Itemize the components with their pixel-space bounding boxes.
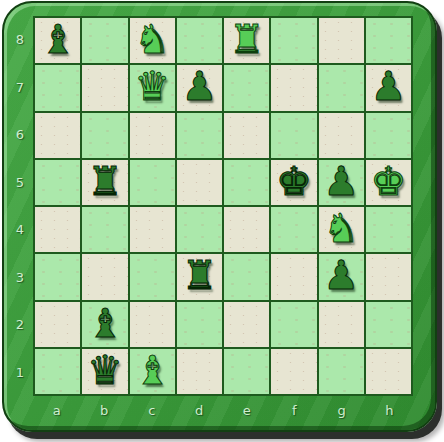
square-a3[interactable]	[35, 254, 80, 299]
file-label-h: h	[366, 398, 414, 422]
square-b8[interactable]	[82, 18, 127, 63]
rank-label-3: 3	[10, 254, 30, 302]
square-g1[interactable]	[319, 349, 364, 394]
square-e3[interactable]	[224, 254, 269, 299]
square-h3[interactable]	[366, 254, 411, 299]
white-knight-g4[interactable]: ♞	[323, 206, 359, 251]
rank-labels: 87654321	[10, 16, 30, 396]
square-f7[interactable]	[271, 65, 316, 110]
black-queen-b1[interactable]: ♛	[87, 348, 123, 393]
square-g3[interactable]: ♟	[319, 254, 364, 299]
square-h6[interactable]	[366, 113, 411, 158]
rank-label-1: 1	[10, 349, 30, 397]
square-d7[interactable]: ♟	[177, 65, 222, 110]
square-c7[interactable]: ♛	[130, 65, 175, 110]
file-label-a: a	[33, 398, 81, 422]
rank-label-8: 8	[10, 16, 30, 64]
black-rook-d3[interactable]: ♜	[181, 253, 217, 298]
square-d4[interactable]	[177, 207, 222, 252]
rank-label-4: 4	[10, 206, 30, 254]
square-f4[interactable]	[271, 207, 316, 252]
square-g6[interactable]	[319, 113, 364, 158]
square-h1[interactable]	[366, 349, 411, 394]
square-e1[interactable]	[224, 349, 269, 394]
file-label-c: c	[128, 398, 176, 422]
square-g2[interactable]	[319, 302, 364, 347]
square-c2[interactable]	[130, 302, 175, 347]
square-f8[interactable]	[271, 18, 316, 63]
square-e7[interactable]	[224, 65, 269, 110]
square-c6[interactable]	[130, 113, 175, 158]
square-g5[interactable]: ♟	[319, 160, 364, 205]
square-a5[interactable]	[35, 160, 80, 205]
square-d8[interactable]	[177, 18, 222, 63]
white-king-h5[interactable]: ♚	[370, 159, 406, 204]
black-pawn-g3[interactable]: ♟	[323, 253, 359, 298]
square-f3[interactable]	[271, 254, 316, 299]
black-pawn-g5[interactable]: ♟	[323, 159, 359, 204]
square-f6[interactable]	[271, 113, 316, 158]
rank-label-6: 6	[10, 111, 30, 159]
square-h7[interactable]: ♟	[366, 65, 411, 110]
white-knight-c8[interactable]: ♞	[134, 17, 170, 62]
file-label-b: b	[81, 398, 129, 422]
black-pawn-h7[interactable]: ♟	[370, 64, 406, 109]
square-c4[interactable]	[130, 207, 175, 252]
square-b5[interactable]: ♜	[82, 160, 127, 205]
square-h4[interactable]	[366, 207, 411, 252]
square-h8[interactable]	[366, 18, 411, 63]
black-bishop-b2[interactable]: ♝	[87, 301, 123, 346]
white-queen-c7[interactable]: ♛	[134, 64, 170, 109]
file-label-f: f	[271, 398, 319, 422]
square-d3[interactable]: ♜	[177, 254, 222, 299]
black-king-f5[interactable]: ♚	[276, 159, 312, 204]
square-d5[interactable]	[177, 160, 222, 205]
square-e5[interactable]	[224, 160, 269, 205]
square-e6[interactable]	[224, 113, 269, 158]
square-h5[interactable]: ♚	[366, 160, 411, 205]
chess-board: ♝♞♜♛♟♟♜♚♟♚♞♜♟♝♛♝	[33, 16, 413, 396]
square-b1[interactable]: ♛	[82, 349, 127, 394]
square-h2[interactable]	[366, 302, 411, 347]
square-a8[interactable]: ♝	[35, 18, 80, 63]
square-e8[interactable]: ♜	[224, 18, 269, 63]
square-a6[interactable]	[35, 113, 80, 158]
square-c8[interactable]: ♞	[130, 18, 175, 63]
black-rook-b5[interactable]: ♜	[87, 159, 123, 204]
black-pawn-d7[interactable]: ♟	[181, 64, 217, 109]
square-a1[interactable]	[35, 349, 80, 394]
white-rook-e8[interactable]: ♜	[229, 17, 265, 62]
square-b4[interactable]	[82, 207, 127, 252]
square-e2[interactable]	[224, 302, 269, 347]
file-label-d: d	[176, 398, 224, 422]
square-g8[interactable]	[319, 18, 364, 63]
rank-label-2: 2	[10, 301, 30, 349]
square-e4[interactable]	[224, 207, 269, 252]
square-b7[interactable]	[82, 65, 127, 110]
rank-label-5: 5	[10, 159, 30, 207]
square-f1[interactable]	[271, 349, 316, 394]
square-c3[interactable]	[130, 254, 175, 299]
square-a7[interactable]	[35, 65, 80, 110]
square-c5[interactable]	[130, 160, 175, 205]
chess-app-window: 87654321 abcdefgh ♝♞♜♛♟♟♜♚♟♚♞♜♟♝♛♝	[0, 0, 444, 442]
square-f5[interactable]: ♚	[271, 160, 316, 205]
square-b6[interactable]	[82, 113, 127, 158]
square-a4[interactable]	[35, 207, 80, 252]
square-b2[interactable]: ♝	[82, 302, 127, 347]
file-label-g: g	[318, 398, 366, 422]
file-label-e: e	[223, 398, 271, 422]
file-labels: abcdefgh	[33, 398, 413, 422]
square-f2[interactable]	[271, 302, 316, 347]
square-g7[interactable]	[319, 65, 364, 110]
square-d1[interactable]	[177, 349, 222, 394]
square-d2[interactable]	[177, 302, 222, 347]
square-b3[interactable]	[82, 254, 127, 299]
square-d6[interactable]	[177, 113, 222, 158]
square-c1[interactable]: ♝	[130, 349, 175, 394]
black-bishop-a8[interactable]: ♝	[40, 17, 76, 62]
rank-label-7: 7	[10, 64, 30, 112]
square-a2[interactable]	[35, 302, 80, 347]
square-g4[interactable]: ♞	[319, 207, 364, 252]
white-bishop-c1[interactable]: ♝	[134, 348, 170, 393]
